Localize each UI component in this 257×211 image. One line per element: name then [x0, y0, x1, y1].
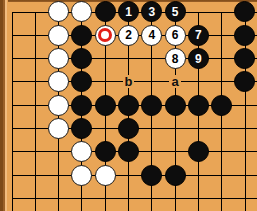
cell-c8r5[interactable]: [163, 94, 186, 117]
move-number-2: 2: [125, 29, 132, 41]
cell-c5r7[interactable]: [94, 140, 117, 163]
cell-c3r9[interactable]: [47, 187, 70, 210]
move-number-3: 3: [148, 6, 155, 18]
cell-c4r4[interactable]: [70, 70, 93, 93]
cell-c1r7[interactable]: [0, 140, 23, 163]
cell-c7r3[interactable]: [140, 47, 163, 70]
black-stone: [141, 165, 162, 186]
black-stone: [234, 48, 255, 69]
cell-c6r9[interactable]: [117, 187, 140, 210]
black-stone: [95, 1, 116, 22]
white-stone: 6: [165, 25, 186, 46]
label-a[interactable]: a: [169, 75, 180, 88]
cell-c3r6[interactable]: [47, 117, 70, 140]
white-stone: [48, 118, 69, 139]
cell-c2r6[interactable]: [24, 117, 47, 140]
cell-c3r4[interactable]: [47, 70, 70, 93]
cell-c8r3[interactable]: 8: [163, 47, 186, 70]
cell-c1r5[interactable]: [0, 94, 23, 117]
black-stone: 9: [188, 48, 209, 69]
cell-c3r2[interactable]: [47, 24, 70, 47]
move-number-8: 8: [172, 53, 179, 65]
cell-c7r9[interactable]: [140, 187, 163, 210]
cell-c9r3[interactable]: 9: [187, 47, 210, 70]
label-b[interactable]: b: [123, 75, 135, 88]
black-stone: [165, 95, 186, 116]
cell-c5r8[interactable]: [94, 163, 117, 186]
black-stone: [211, 95, 232, 116]
move-number-4: 4: [148, 29, 155, 41]
black-stone: [95, 95, 116, 116]
cell-c5r2[interactable]: [94, 24, 117, 47]
cell-c3r7[interactable]: [47, 140, 70, 163]
cell-c3r3[interactable]: [47, 47, 70, 70]
cell-c6r6[interactable]: [117, 117, 140, 140]
cell-c6r5[interactable]: [117, 94, 140, 117]
cell-c1r4[interactable]: [0, 70, 23, 93]
cell-c4r8[interactable]: [70, 163, 93, 186]
cell-c11r3[interactable]: [233, 47, 256, 70]
white-stone: 2: [118, 25, 139, 46]
cell-c7r4[interactable]: [140, 70, 163, 93]
cell-c9r8[interactable]: [187, 163, 210, 186]
cell-c2r4[interactable]: [24, 70, 47, 93]
white-stone: [71, 1, 92, 22]
cell-c6r1[interactable]: 1: [117, 0, 140, 23]
black-stone: [188, 141, 209, 162]
cell-c4r6[interactable]: [70, 117, 93, 140]
white-stone: [48, 1, 69, 22]
black-stone: [141, 95, 162, 116]
cell-c11r2[interactable]: [233, 24, 256, 47]
cell-c7r6[interactable]: [140, 117, 163, 140]
white-stone: 4: [141, 25, 162, 46]
cell-c2r9[interactable]: [24, 187, 47, 210]
white-stone: [48, 25, 69, 46]
cell-c10r9[interactable]: [210, 187, 233, 210]
red-circle-marker: [98, 28, 112, 42]
cell-c10r5[interactable]: [210, 94, 233, 117]
cell-c4r2[interactable]: [70, 24, 93, 47]
cell-c4r5[interactable]: [70, 94, 93, 117]
cell-c2r5[interactable]: [24, 94, 47, 117]
black-stone: 1: [118, 1, 139, 22]
cell-c10r2[interactable]: [210, 24, 233, 47]
black-stone: [234, 71, 255, 92]
cell-c11r9[interactable]: [233, 187, 256, 210]
black-stone: [71, 95, 92, 116]
black-stone: [118, 141, 139, 162]
white-stone: [48, 48, 69, 69]
cell-c6r2[interactable]: 2: [117, 24, 140, 47]
cell-c7r7[interactable]: [140, 140, 163, 163]
cell-c3r5[interactable]: [47, 94, 70, 117]
cell-c1r8[interactable]: [0, 163, 23, 186]
cell-c8r4[interactable]: a: [163, 70, 186, 93]
cell-c8r9[interactable]: [163, 187, 186, 210]
cell-c10r8[interactable]: [210, 163, 233, 186]
cell-c5r1[interactable]: [94, 0, 117, 23]
white-stone: 8: [165, 48, 186, 69]
black-stone: [71, 25, 92, 46]
white-stone: [71, 141, 92, 162]
white-stone: [48, 71, 69, 92]
cell-c6r3[interactable]: [117, 47, 140, 70]
cell-c10r7[interactable]: [210, 140, 233, 163]
black-stone: [95, 141, 116, 162]
cell-c1r3[interactable]: [0, 47, 23, 70]
cell-c8r2[interactable]: 6: [163, 24, 186, 47]
cell-c11r8[interactable]: [233, 163, 256, 186]
cell-c10r1[interactable]: [210, 0, 233, 23]
cell-c1r6[interactable]: [0, 117, 23, 140]
black-stone: [118, 118, 139, 139]
cell-c5r4[interactable]: [94, 70, 117, 93]
move-number-1: 1: [125, 6, 132, 18]
cell-c2r1[interactable]: [24, 0, 47, 23]
cell-c9r5[interactable]: [187, 94, 210, 117]
cell-c5r5[interactable]: [94, 94, 117, 117]
cell-c4r7[interactable]: [70, 140, 93, 163]
cell-c7r5[interactable]: [140, 94, 163, 117]
cell-c5r6[interactable]: [94, 117, 117, 140]
cell-c9r7[interactable]: [187, 140, 210, 163]
cell-c2r2[interactable]: [24, 24, 47, 47]
cell-c3r8[interactable]: [47, 163, 70, 186]
cell-c9r9[interactable]: [187, 187, 210, 210]
black-stone: 3: [141, 1, 162, 22]
cell-c4r3[interactable]: [70, 47, 93, 70]
cell-c8r7[interactable]: [163, 140, 186, 163]
cell-c1r1[interactable]: [0, 0, 23, 23]
move-number-5: 5: [172, 6, 179, 18]
cell-c11r5[interactable]: [233, 94, 256, 117]
cell-c4r9[interactable]: [70, 187, 93, 210]
cell-c11r6[interactable]: [233, 117, 256, 140]
cell-c7r1[interactable]: 3: [140, 0, 163, 23]
black-stone: 5: [165, 1, 186, 22]
cell-c1r9[interactable]: [0, 187, 23, 210]
cell-c10r6[interactable]: [210, 117, 233, 140]
black-stone: 7: [188, 25, 209, 46]
move-number-6: 6: [172, 29, 179, 41]
cell-c9r2[interactable]: 7: [187, 24, 210, 47]
move-number-7: 7: [195, 29, 202, 41]
cell-c2r7[interactable]: [24, 140, 47, 163]
cell-c1r2[interactable]: [0, 24, 23, 47]
black-stone: [118, 95, 139, 116]
cell-c10r3[interactable]: [210, 47, 233, 70]
cell-c6r7[interactable]: [117, 140, 140, 163]
cell-c5r3[interactable]: [94, 47, 117, 70]
go-board-diagram: 135246789ba: [0, 0, 257, 211]
black-stone: [234, 25, 255, 46]
white-stone: [95, 25, 116, 46]
cell-c6r8[interactable]: [117, 163, 140, 186]
cell-c6r4[interactable]: b: [117, 70, 140, 93]
go-board-grid: 135246789ba: [0, 0, 256, 210]
cell-c7r2[interactable]: 4: [140, 24, 163, 47]
cell-c10r4[interactable]: [210, 70, 233, 93]
black-stone: [71, 118, 92, 139]
cell-c2r3[interactable]: [24, 47, 47, 70]
black-stone: [71, 48, 92, 69]
cell-c4r1[interactable]: [70, 0, 93, 23]
cell-c8r8[interactable]: [163, 163, 186, 186]
cell-c5r9[interactable]: [94, 187, 117, 210]
move-number-9: 9: [195, 53, 202, 65]
cell-c3r1[interactable]: [47, 0, 70, 23]
black-stone: [165, 165, 186, 186]
black-stone: [188, 95, 209, 116]
black-stone: [234, 1, 255, 22]
white-stone: [71, 165, 92, 186]
cell-c9r1[interactable]: [187, 0, 210, 23]
white-stone: [95, 165, 116, 186]
cell-c9r6[interactable]: [187, 117, 210, 140]
cell-c11r7[interactable]: [233, 140, 256, 163]
cell-c11r4[interactable]: [233, 70, 256, 93]
cell-c9r4[interactable]: [187, 70, 210, 93]
cell-c8r1[interactable]: 5: [163, 0, 186, 23]
black-stone: [71, 71, 92, 92]
cell-c11r1[interactable]: [233, 0, 256, 23]
white-stone: [48, 95, 69, 116]
cell-c2r8[interactable]: [24, 163, 47, 186]
cell-c8r6[interactable]: [163, 117, 186, 140]
cell-c7r8[interactable]: [140, 163, 163, 186]
